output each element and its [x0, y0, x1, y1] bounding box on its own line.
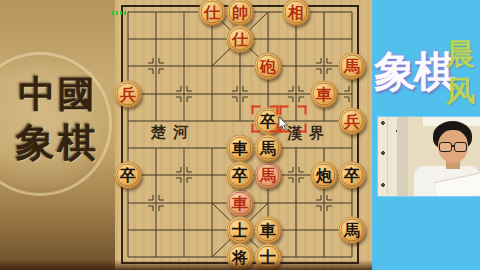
- webcam-video: [378, 117, 480, 196]
- river-label-left: 楚河: [151, 123, 195, 142]
- piece-black-卒[interactable]: 卒: [339, 162, 366, 189]
- left-banner-panel: 中國 象棋: [0, 0, 115, 270]
- piece-black-炮[interactable]: 炮: [311, 162, 338, 189]
- stream-title: 象棋: [374, 44, 454, 100]
- piece-red-馬[interactable]: 馬: [339, 53, 366, 80]
- green-watermark: [112, 11, 127, 15]
- banner-title-line2: 象棋: [0, 116, 115, 170]
- piece-red-兵[interactable]: 兵: [115, 81, 142, 108]
- piece-red-車[interactable]: 車: [311, 81, 338, 108]
- piece-red-車[interactable]: 車: [227, 190, 254, 217]
- mouse-cursor: [278, 116, 290, 130]
- right-stream-panel: 象棋 晨风: [372, 0, 480, 270]
- piece-red-兵[interactable]: 兵: [339, 108, 366, 135]
- piece-black-車[interactable]: 車: [227, 135, 254, 162]
- piece-black-車[interactable]: 車: [255, 217, 282, 244]
- river-label-right: 漢界: [287, 124, 331, 143]
- piece-black-馬[interactable]: 馬: [255, 135, 282, 162]
- stream-subtitle: 晨风: [446, 36, 478, 110]
- piece-red-砲[interactable]: 砲: [255, 53, 282, 80]
- banner-title-line1: 中國: [0, 70, 115, 120]
- piece-black-士[interactable]: 士: [227, 217, 254, 244]
- piece-black-卒[interactable]: 卒: [227, 162, 254, 189]
- xiangqi-board[interactable]: 楚河 漢界 仕帥相仕砲馬兵車兵馬車卒車馬卒卒炮卒士車馬将士: [115, 0, 372, 270]
- piece-black-馬[interactable]: 馬: [339, 217, 366, 244]
- streamer-glasses: [439, 142, 467, 151]
- screen: 中國 象棋 楚河 漢界 仕帥相仕砲馬兵車兵馬車卒車馬卒卒炮卒士車馬将士 象棋 晨…: [0, 0, 480, 270]
- wardrobe: [378, 117, 408, 196]
- piece-black-士[interactable]: 士: [255, 244, 282, 270]
- piece-black-将[interactable]: 将: [227, 244, 254, 270]
- piece-red-仕[interactable]: 仕: [227, 26, 254, 53]
- piece-red-馬[interactable]: 馬: [255, 162, 282, 189]
- piece-black-卒[interactable]: 卒: [115, 162, 142, 189]
